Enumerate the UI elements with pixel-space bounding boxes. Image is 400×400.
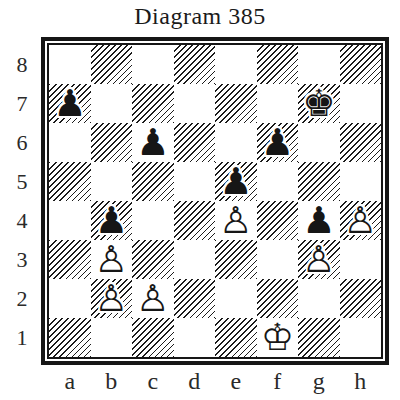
piece-white-pawn: ♟♙ bbox=[91, 240, 133, 279]
piece-black-pawn: ♟♟ bbox=[215, 162, 257, 201]
file-label-b: b bbox=[91, 366, 133, 396]
square-c3[interactable] bbox=[132, 240, 174, 279]
square-f6[interactable]: ♟♟ bbox=[257, 123, 299, 162]
black-pawn-glyph: ♟ bbox=[91, 201, 133, 240]
square-h3[interactable] bbox=[340, 240, 382, 279]
square-f3[interactable] bbox=[257, 240, 299, 279]
square-c1[interactable] bbox=[132, 318, 174, 357]
square-b6[interactable] bbox=[91, 123, 133, 162]
square-h8[interactable] bbox=[340, 45, 382, 84]
piece-black-pawn: ♟♟ bbox=[91, 201, 133, 240]
white-pawn-glyph: ♙ bbox=[91, 240, 133, 279]
square-c5[interactable] bbox=[132, 162, 174, 201]
square-g4[interactable]: ♟♟ bbox=[298, 201, 340, 240]
square-c4[interactable] bbox=[132, 201, 174, 240]
square-a6[interactable] bbox=[49, 123, 91, 162]
white-pawn-glyph: ♙ bbox=[298, 240, 340, 279]
square-e8[interactable] bbox=[215, 45, 257, 84]
square-e2[interactable] bbox=[215, 279, 257, 318]
square-b1[interactable] bbox=[91, 318, 133, 357]
square-h7[interactable] bbox=[340, 84, 382, 123]
square-a2[interactable] bbox=[49, 279, 91, 318]
square-a3[interactable] bbox=[49, 240, 91, 279]
piece-black-pawn: ♟♟ bbox=[257, 123, 299, 162]
square-b3[interactable]: ♟♙ bbox=[91, 240, 133, 279]
rank-label-6: 6 bbox=[12, 123, 32, 162]
black-pawn-glyph: ♟ bbox=[298, 201, 340, 240]
square-c7[interactable] bbox=[132, 84, 174, 123]
rank-label-2: 2 bbox=[12, 279, 32, 318]
square-b2[interactable]: ♟♙ bbox=[91, 279, 133, 318]
square-d5[interactable] bbox=[174, 162, 216, 201]
square-c6[interactable]: ♟♟ bbox=[132, 123, 174, 162]
square-f5[interactable] bbox=[257, 162, 299, 201]
piece-black-pawn: ♟♟ bbox=[298, 201, 340, 240]
file-label-h: h bbox=[340, 366, 382, 396]
black-pawn-glyph: ♟ bbox=[257, 123, 299, 162]
piece-white-pawn: ♟♙ bbox=[298, 240, 340, 279]
file-label-c: c bbox=[132, 366, 174, 396]
square-a4[interactable] bbox=[49, 201, 91, 240]
white-pawn-glyph: ♙ bbox=[91, 279, 133, 318]
square-e6[interactable] bbox=[215, 123, 257, 162]
rank-label-5: 5 bbox=[12, 162, 32, 201]
piece-black-pawn: ♟♟ bbox=[132, 123, 174, 162]
diagram-title: Diagram 385 bbox=[0, 3, 400, 30]
square-d8[interactable] bbox=[174, 45, 216, 84]
square-a1[interactable] bbox=[49, 318, 91, 357]
square-d6[interactable] bbox=[174, 123, 216, 162]
black-pawn-glyph: ♟ bbox=[215, 162, 257, 201]
piece-white-pawn: ♟♙ bbox=[132, 279, 174, 318]
piece-black-king: ♚♚ bbox=[298, 84, 340, 123]
board-grid: ♟♟♚♚♟♟♟♟♟♟♟♟♟♙♟♟♟♙♟♙♟♙♟♙♟♙♚♔ bbox=[49, 45, 381, 357]
white-king-glyph: ♔ bbox=[257, 318, 299, 357]
square-h2[interactable] bbox=[340, 279, 382, 318]
square-g2[interactable] bbox=[298, 279, 340, 318]
white-pawn-glyph: ♙ bbox=[340, 201, 382, 240]
square-g3[interactable]: ♟♙ bbox=[298, 240, 340, 279]
square-b5[interactable] bbox=[91, 162, 133, 201]
square-a5[interactable] bbox=[49, 162, 91, 201]
square-f2[interactable] bbox=[257, 279, 299, 318]
file-labels: abcdefgh bbox=[49, 366, 381, 396]
square-e4[interactable]: ♟♙ bbox=[215, 201, 257, 240]
square-a7[interactable]: ♟♟ bbox=[49, 84, 91, 123]
square-e3[interactable] bbox=[215, 240, 257, 279]
square-b8[interactable] bbox=[91, 45, 133, 84]
black-pawn-glyph: ♟ bbox=[132, 123, 174, 162]
white-pawn-glyph: ♙ bbox=[132, 279, 174, 318]
black-king-glyph: ♚ bbox=[298, 84, 340, 123]
square-g6[interactable] bbox=[298, 123, 340, 162]
file-label-f: f bbox=[257, 366, 299, 396]
square-h4[interactable]: ♟♙ bbox=[340, 201, 382, 240]
square-h6[interactable] bbox=[340, 123, 382, 162]
square-h5[interactable] bbox=[340, 162, 382, 201]
square-f4[interactable] bbox=[257, 201, 299, 240]
square-d7[interactable] bbox=[174, 84, 216, 123]
square-f7[interactable] bbox=[257, 84, 299, 123]
piece-white-pawn: ♟♙ bbox=[215, 201, 257, 240]
square-g5[interactable] bbox=[298, 162, 340, 201]
square-d1[interactable] bbox=[174, 318, 216, 357]
rank-label-4: 4 bbox=[12, 201, 32, 240]
square-f8[interactable] bbox=[257, 45, 299, 84]
rank-label-8: 8 bbox=[12, 45, 32, 84]
file-label-a: a bbox=[49, 366, 91, 396]
square-g8[interactable] bbox=[298, 45, 340, 84]
square-c2[interactable]: ♟♙ bbox=[132, 279, 174, 318]
piece-black-pawn: ♟♟ bbox=[49, 84, 91, 123]
rank-labels: 87654321 bbox=[12, 45, 32, 357]
square-d2[interactable] bbox=[174, 279, 216, 318]
square-f1[interactable]: ♚♔ bbox=[257, 318, 299, 357]
file-label-e: e bbox=[215, 366, 257, 396]
square-c8[interactable] bbox=[132, 45, 174, 84]
square-g1[interactable] bbox=[298, 318, 340, 357]
square-e5[interactable]: ♟♟ bbox=[215, 162, 257, 201]
square-e1[interactable] bbox=[215, 318, 257, 357]
rank-label-3: 3 bbox=[12, 240, 32, 279]
square-d4[interactable] bbox=[174, 201, 216, 240]
rank-label-7: 7 bbox=[12, 84, 32, 123]
piece-white-pawn: ♟♙ bbox=[340, 201, 382, 240]
black-pawn-glyph: ♟ bbox=[49, 84, 91, 123]
chess-board: ♟♟♚♚♟♟♟♟♟♟♟♟♟♙♟♟♟♙♟♙♟♙♟♙♟♙♚♔ bbox=[41, 37, 389, 365]
square-b7[interactable] bbox=[91, 84, 133, 123]
square-h1[interactable] bbox=[340, 318, 382, 357]
square-g7[interactable]: ♚♚ bbox=[298, 84, 340, 123]
square-b4[interactable]: ♟♟ bbox=[91, 201, 133, 240]
piece-white-king: ♚♔ bbox=[257, 318, 299, 357]
piece-white-pawn: ♟♙ bbox=[91, 279, 133, 318]
white-pawn-glyph: ♙ bbox=[215, 201, 257, 240]
file-label-g: g bbox=[298, 366, 340, 396]
square-d3[interactable] bbox=[174, 240, 216, 279]
file-label-d: d bbox=[174, 366, 216, 396]
rank-label-1: 1 bbox=[12, 318, 32, 357]
square-e7[interactable] bbox=[215, 84, 257, 123]
square-a8[interactable] bbox=[49, 45, 91, 84]
